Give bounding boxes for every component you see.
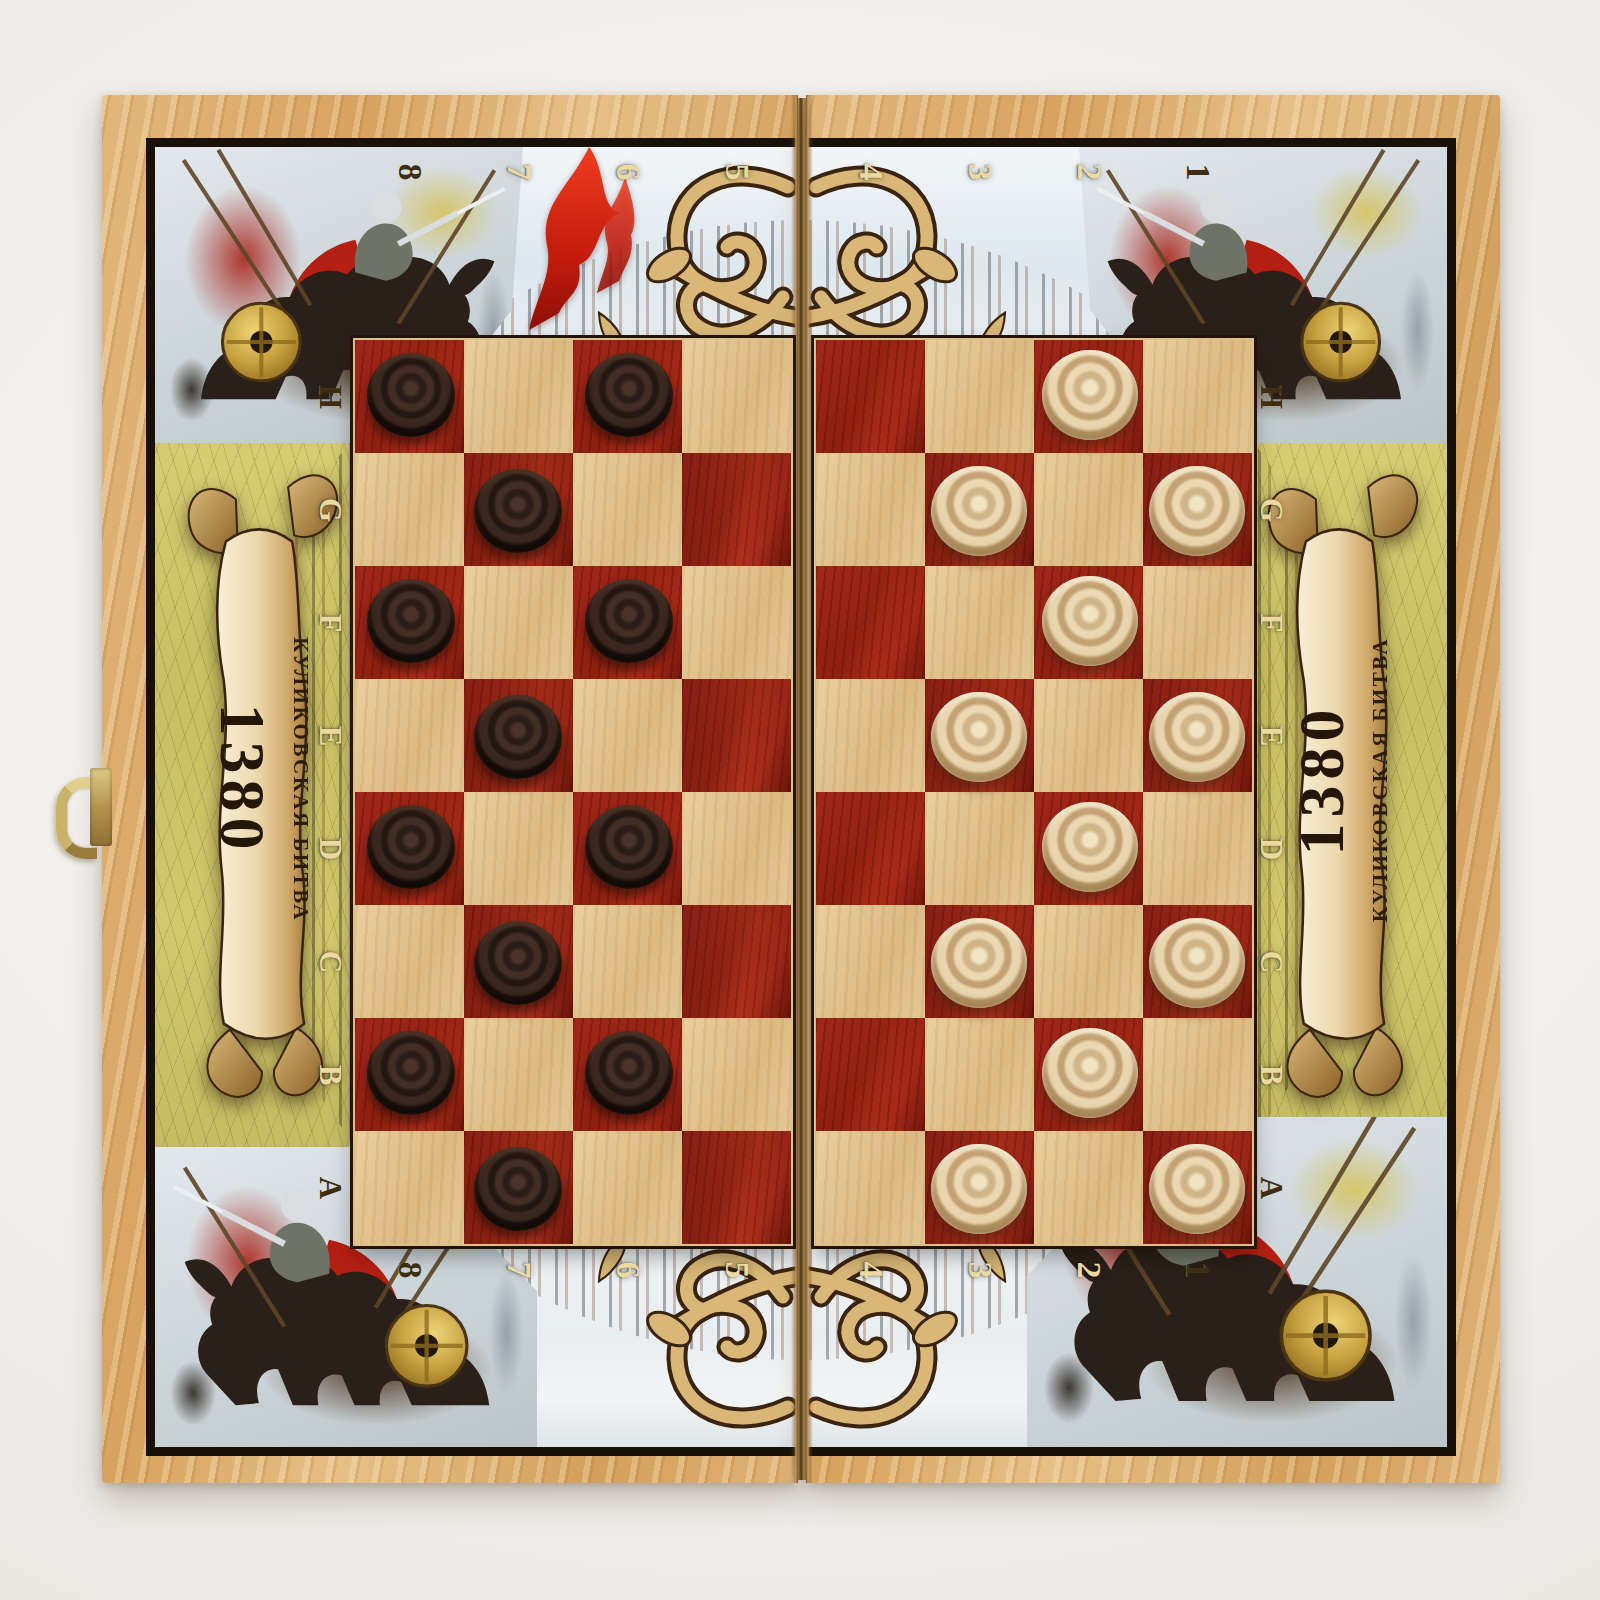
light-checker[interactable] — [1042, 576, 1138, 666]
rank-numbers-bottom-right: 4321 — [816, 1247, 1252, 1293]
rank-number-label: 4 — [852, 164, 890, 181]
square-F7[interactable] — [464, 566, 573, 679]
banner-battle-name: КУЛИКОВСКАЯ БИТВА — [1369, 636, 1394, 921]
square-G3[interactable] — [925, 453, 1034, 566]
file-letter-label: F — [312, 613, 348, 632]
dark-checker[interactable] — [367, 805, 455, 889]
square-G1[interactable] — [1143, 453, 1252, 566]
square-C7[interactable] — [464, 905, 573, 1018]
banner-year: 1380 — [211, 703, 275, 855]
square-D1[interactable] — [1143, 792, 1252, 905]
square-B7[interactable] — [464, 1018, 573, 1131]
dark-checker[interactable] — [367, 579, 455, 663]
file-letter-label: E — [1253, 725, 1289, 746]
square-A5[interactable] — [682, 1131, 791, 1244]
photo-background: КУЛИКОВСКАЯ БИТВА 1380 8765 8765 HGFEDCB… — [0, 0, 1600, 1600]
file-letter-label: C — [1253, 950, 1289, 972]
dark-checker[interactable] — [474, 469, 562, 553]
checkerboard-left-half — [355, 340, 791, 1244]
rank-numbers-top-left: 8765 — [355, 149, 791, 195]
file-letter-label: E — [312, 725, 348, 746]
dark-checker[interactable] — [367, 1031, 455, 1115]
square-C8[interactable] — [355, 905, 464, 1018]
square-B8[interactable] — [355, 1018, 464, 1131]
square-E5[interactable] — [682, 679, 791, 792]
rank-number-label: 1 — [1179, 164, 1217, 181]
banner-battle-name: КУЛИКОВСКАЯ БИТВА — [289, 636, 314, 921]
rank-number-label: 5 — [718, 164, 756, 181]
light-checker[interactable] — [931, 466, 1027, 556]
clasp-plate-icon — [90, 768, 112, 846]
light-checker[interactable] — [931, 918, 1027, 1008]
file-letters-right: HGFEDCBA — [1254, 340, 1288, 1244]
file-letter-label: A — [312, 1176, 348, 1198]
square-B1[interactable] — [1143, 1018, 1252, 1131]
square-B4[interactable] — [816, 1018, 925, 1131]
square-A8[interactable] — [355, 1131, 464, 1244]
rank-numbers-top-right: 4321 — [816, 149, 1252, 195]
square-H5[interactable] — [682, 340, 791, 453]
square-C2[interactable] — [1034, 905, 1143, 1018]
light-checker[interactable] — [1149, 918, 1245, 1008]
rank-number-label: 7 — [500, 164, 538, 181]
square-A1[interactable] — [1143, 1131, 1252, 1244]
square-E3[interactable] — [925, 679, 1034, 792]
square-E8[interactable] — [355, 679, 464, 792]
rank-number-label: 6 — [609, 164, 647, 181]
square-E1[interactable] — [1143, 679, 1252, 792]
square-D2[interactable] — [1034, 792, 1143, 905]
square-F4[interactable] — [816, 566, 925, 679]
square-B2[interactable] — [1034, 1018, 1143, 1131]
dark-checker[interactable] — [474, 695, 562, 779]
dark-checker[interactable] — [585, 805, 673, 889]
banner-year: 1380 — [1291, 703, 1355, 855]
file-letter-label: A — [1253, 1176, 1289, 1198]
light-checker[interactable] — [931, 692, 1027, 782]
square-G4[interactable] — [816, 453, 925, 566]
dark-checker[interactable] — [474, 1147, 562, 1231]
brass-clasp — [54, 768, 118, 846]
board-left-leaf: КУЛИКОВСКАЯ БИТВА 1380 8765 8765 HGFEDCB… — [102, 95, 798, 1483]
square-E6[interactable] — [573, 679, 682, 792]
dark-checker[interactable] — [474, 921, 562, 1005]
file-letter-label: C — [312, 950, 348, 972]
light-checker[interactable] — [1149, 466, 1245, 556]
square-G7[interactable] — [464, 453, 573, 566]
square-C5[interactable] — [682, 905, 791, 1018]
rank-number-label: 8 — [391, 164, 429, 181]
square-E2[interactable] — [1034, 679, 1143, 792]
square-A2[interactable] — [1034, 1131, 1143, 1244]
rank-number-label: 6 — [609, 1262, 647, 1279]
rank-numbers-bottom-left: 8765 — [355, 1247, 791, 1293]
light-checker[interactable] — [1042, 1028, 1138, 1118]
square-F3[interactable] — [925, 566, 1034, 679]
file-letter-label: F — [1253, 613, 1289, 632]
square-E7[interactable] — [464, 679, 573, 792]
square-A3[interactable] — [925, 1131, 1034, 1244]
square-C6[interactable] — [573, 905, 682, 1018]
square-F8[interactable] — [355, 566, 464, 679]
square-D4[interactable] — [816, 792, 925, 905]
dark-checker[interactable] — [585, 353, 673, 437]
file-letters-left: HGFEDCBA — [313, 340, 347, 1244]
square-B3[interactable] — [925, 1018, 1034, 1131]
rank-number-label: 1 — [1179, 1262, 1217, 1279]
light-checker[interactable] — [931, 1144, 1027, 1234]
dark-checker[interactable] — [367, 353, 455, 437]
square-F5[interactable] — [682, 566, 791, 679]
square-G2[interactable] — [1034, 453, 1143, 566]
file-letter-label: G — [1253, 497, 1289, 521]
file-letter-label: G — [312, 497, 348, 521]
rank-number-label: 4 — [852, 1262, 890, 1279]
square-H4[interactable] — [816, 340, 925, 453]
rank-number-label: 5 — [718, 1262, 756, 1279]
rank-number-label: 2 — [1070, 164, 1108, 181]
light-checker[interactable] — [1149, 692, 1245, 782]
rank-number-label: 8 — [391, 1262, 429, 1279]
square-D5[interactable] — [682, 792, 791, 905]
square-H1[interactable] — [1143, 340, 1252, 453]
dark-checker[interactable] — [585, 579, 673, 663]
rank-number-label: 7 — [500, 1262, 538, 1279]
light-checker[interactable] — [1149, 1144, 1245, 1234]
rank-number-label: 3 — [961, 1262, 999, 1279]
square-D7[interactable] — [464, 792, 573, 905]
square-C4[interactable] — [816, 905, 925, 1018]
square-H8[interactable] — [355, 340, 464, 453]
light-checker[interactable] — [1042, 802, 1138, 892]
rank-number-label: 2 — [1070, 1262, 1108, 1279]
square-D6[interactable] — [573, 792, 682, 905]
square-H6[interactable] — [573, 340, 682, 453]
square-C3[interactable] — [925, 905, 1034, 1018]
file-letter-label: H — [312, 384, 348, 408]
file-letter-label: D — [312, 837, 348, 859]
square-F2[interactable] — [1034, 566, 1143, 679]
square-F1[interactable] — [1143, 566, 1252, 679]
square-B5[interactable] — [682, 1018, 791, 1131]
board-right-leaf: КУЛИКОВСКАЯ БИТВА 1380 4321 4321 HGFEDCB… — [806, 95, 1500, 1483]
square-C1[interactable] — [1143, 905, 1252, 1018]
square-E4[interactable] — [816, 679, 925, 792]
square-F6[interactable] — [573, 566, 682, 679]
dark-checker[interactable] — [585, 1031, 673, 1115]
square-D8[interactable] — [355, 792, 464, 905]
square-A7[interactable] — [464, 1131, 573, 1244]
square-A6[interactable] — [573, 1131, 682, 1244]
file-letter-label: H — [1253, 384, 1289, 408]
square-H7[interactable] — [464, 340, 573, 453]
rank-number-label: 3 — [961, 164, 999, 181]
square-G5[interactable] — [682, 453, 791, 566]
square-H2[interactable] — [1034, 340, 1143, 453]
file-letter-label: B — [312, 1064, 348, 1085]
file-letter-label: D — [1253, 837, 1289, 859]
light-checker[interactable] — [1042, 350, 1138, 440]
file-letter-label: B — [1253, 1064, 1289, 1085]
square-A4[interactable] — [816, 1131, 925, 1244]
left-art-region: КУЛИКОВСКАЯ БИТВА 1380 8765 8765 HGFEDCB… — [146, 138, 798, 1456]
right-art-region: КУЛИКОВСКАЯ БИТВА 1380 4321 4321 HGFEDCB… — [806, 138, 1456, 1456]
checkerboard-right-half — [816, 340, 1252, 1244]
square-G8[interactable] — [355, 453, 464, 566]
square-G6[interactable] — [573, 453, 682, 566]
square-D3[interactable] — [925, 792, 1034, 905]
square-B6[interactable] — [573, 1018, 682, 1131]
square-H3[interactable] — [925, 340, 1034, 453]
